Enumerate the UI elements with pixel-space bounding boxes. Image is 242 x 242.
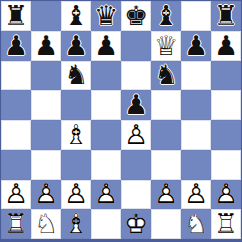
white-knight-icon[interactable]: ♞♘ xyxy=(31,209,61,239)
square-h4[interactable] xyxy=(211,120,241,150)
square-b1[interactable]: ♞♘ xyxy=(31,209,61,239)
square-d1[interactable] xyxy=(91,209,121,239)
square-h2[interactable]: ♟♙ xyxy=(211,180,241,210)
square-e1[interactable]: ♚♔ xyxy=(121,209,151,239)
white-pawn-fill: ♟ xyxy=(31,180,61,207)
black-pawn-fill: ♟ xyxy=(61,31,91,58)
white-pawn-outline: ♙ xyxy=(211,180,241,207)
square-g6[interactable] xyxy=(181,61,211,91)
square-g4[interactable] xyxy=(181,120,211,150)
black-bishop-fill: ♝ xyxy=(151,2,181,29)
black-rook-fill: ♜ xyxy=(1,2,31,29)
black-king-fill: ♚ xyxy=(121,2,151,29)
square-b7[interactable]: ♟ xyxy=(31,31,61,61)
white-pawn-fill: ♟ xyxy=(121,121,151,148)
white-bishop-outline: ♗ xyxy=(61,121,91,148)
square-h8[interactable]: ♜ xyxy=(211,1,241,31)
square-g5[interactable] xyxy=(181,90,211,120)
square-b4[interactable] xyxy=(31,120,61,150)
square-f2[interactable]: ♟♙ xyxy=(151,180,181,210)
square-a5[interactable] xyxy=(1,90,31,120)
square-h1[interactable]: ♜♖ xyxy=(211,209,241,239)
white-knight-icon[interactable]: ♞♘ xyxy=(181,209,211,239)
square-c3[interactable] xyxy=(61,150,91,180)
black-pawn-fill: ♟ xyxy=(91,31,121,58)
black-pawn-icon[interactable]: ♟ xyxy=(121,90,151,120)
square-f1[interactable] xyxy=(151,209,181,239)
square-a1[interactable]: ♜♖ xyxy=(1,209,31,239)
square-c1[interactable]: ♝♗ xyxy=(61,209,91,239)
square-c7[interactable]: ♟ xyxy=(61,31,91,61)
white-pawn-outline: ♙ xyxy=(181,180,211,207)
square-h7[interactable]: ♟ xyxy=(211,31,241,61)
black-rook-fill: ♜ xyxy=(211,2,241,29)
white-pawn-fill: ♟ xyxy=(91,180,121,207)
square-a7[interactable]: ♟ xyxy=(1,31,31,61)
white-rook-outline: ♖ xyxy=(1,210,31,237)
square-g7[interactable]: ♟ xyxy=(181,31,211,61)
square-c2[interactable]: ♟♙ xyxy=(61,180,91,210)
white-pawn-icon[interactable]: ♟♙ xyxy=(31,180,61,210)
white-bishop-outline: ♗ xyxy=(61,210,91,237)
square-e3[interactable] xyxy=(121,150,151,180)
square-d6[interactable] xyxy=(91,61,121,91)
black-bishop-fill: ♝ xyxy=(61,2,91,29)
square-e4[interactable]: ♟♙ xyxy=(121,120,151,150)
square-e6[interactable] xyxy=(121,61,151,91)
square-b6[interactable] xyxy=(31,61,61,91)
black-pawn-icon[interactable]: ♟ xyxy=(91,31,121,61)
white-queen-icon[interactable]: ♛♕ xyxy=(151,31,181,61)
square-e8[interactable]: ♚ xyxy=(121,1,151,31)
white-bishop-fill: ♝ xyxy=(61,121,91,148)
white-pawn-icon[interactable]: ♟♙ xyxy=(1,180,31,210)
square-f7[interactable]: ♛♕ xyxy=(151,31,181,61)
white-rook-fill: ♜ xyxy=(1,210,31,237)
white-pawn-outline: ♙ xyxy=(31,180,61,207)
white-pawn-outline: ♙ xyxy=(91,180,121,207)
black-rook-icon[interactable]: ♜ xyxy=(211,1,241,31)
square-e5[interactable]: ♟ xyxy=(121,90,151,120)
white-pawn-icon[interactable]: ♟♙ xyxy=(91,180,121,210)
square-g3[interactable] xyxy=(181,150,211,180)
square-d2[interactable]: ♟♙ xyxy=(91,180,121,210)
square-f3[interactable] xyxy=(151,150,181,180)
square-c5[interactable] xyxy=(61,90,91,120)
black-pawn-icon[interactable]: ♟ xyxy=(1,31,31,61)
black-pawn-fill: ♟ xyxy=(1,31,31,58)
black-pawn-icon[interactable]: ♟ xyxy=(61,31,91,61)
white-pawn-fill: ♟ xyxy=(61,180,91,207)
white-bishop-icon[interactable]: ♝♗ xyxy=(61,209,91,239)
black-knight-fill: ♞ xyxy=(151,61,181,88)
chess-board: ♜♝♛♚♝♜♟♟♟♟♛♕♟♟♞♞♟♝♗♟♙♟♙♟♙♟♙♟♙♟♙♟♙♟♙♜♖♞♘♝… xyxy=(0,0,242,242)
white-knight-fill: ♞ xyxy=(31,210,61,237)
square-b8[interactable] xyxy=(31,1,61,31)
white-pawn-icon[interactable]: ♟♙ xyxy=(61,180,91,210)
white-king-outline: ♔ xyxy=(121,210,151,237)
white-bishop-icon[interactable]: ♝♗ xyxy=(61,120,91,150)
white-king-icon[interactable]: ♚♔ xyxy=(121,209,151,239)
black-knight-fill: ♞ xyxy=(61,61,91,88)
square-h3[interactable] xyxy=(211,150,241,180)
square-g1[interactable]: ♞♘ xyxy=(181,209,211,239)
square-c4[interactable]: ♝♗ xyxy=(61,120,91,150)
white-pawn-outline: ♙ xyxy=(61,180,91,207)
square-c8[interactable]: ♝ xyxy=(61,1,91,31)
square-h6[interactable] xyxy=(211,61,241,91)
square-a4[interactable] xyxy=(1,120,31,150)
square-c6[interactable]: ♞ xyxy=(61,61,91,91)
white-rook-outline: ♖ xyxy=(211,210,241,237)
white-knight-outline: ♘ xyxy=(31,210,61,237)
white-pawn-icon[interactable]: ♟♙ xyxy=(181,180,211,210)
white-rook-icon[interactable]: ♜♖ xyxy=(211,209,241,239)
black-pawn-icon[interactable]: ♟ xyxy=(31,31,61,61)
white-knight-fill: ♞ xyxy=(181,210,211,237)
square-b5[interactable] xyxy=(31,90,61,120)
square-a8[interactable]: ♜ xyxy=(1,1,31,31)
white-bishop-fill: ♝ xyxy=(61,210,91,237)
square-f8[interactable]: ♝ xyxy=(151,1,181,31)
square-f5[interactable] xyxy=(151,90,181,120)
white-pawn-fill: ♟ xyxy=(151,180,181,207)
black-knight-icon[interactable]: ♞ xyxy=(151,61,181,91)
square-f4[interactable] xyxy=(151,120,181,150)
white-pawn-icon[interactable]: ♟♙ xyxy=(151,180,181,210)
black-rook-icon[interactable]: ♜ xyxy=(1,1,31,31)
square-a6[interactable] xyxy=(1,61,31,91)
white-pawn-fill: ♟ xyxy=(1,180,31,207)
square-e7[interactable] xyxy=(121,31,151,61)
black-pawn-icon[interactable]: ♟ xyxy=(211,31,241,61)
square-e2[interactable] xyxy=(121,180,151,210)
black-pawn-fill: ♟ xyxy=(31,31,61,58)
square-a2[interactable]: ♟♙ xyxy=(1,180,31,210)
square-d5[interactable] xyxy=(91,90,121,120)
black-pawn-fill: ♟ xyxy=(211,31,241,58)
black-pawn-fill: ♟ xyxy=(181,31,211,58)
square-f6[interactable]: ♞ xyxy=(151,61,181,91)
square-a3[interactable] xyxy=(1,150,31,180)
black-queen-icon[interactable]: ♛ xyxy=(91,1,121,31)
black-king-icon[interactable]: ♚ xyxy=(121,1,151,31)
white-queen-fill: ♛ xyxy=(151,31,181,58)
square-g2[interactable]: ♟♙ xyxy=(181,180,211,210)
white-rook-fill: ♜ xyxy=(211,210,241,237)
white-pawn-fill: ♟ xyxy=(211,180,241,207)
square-d4[interactable] xyxy=(91,120,121,150)
white-pawn-outline: ♙ xyxy=(1,180,31,207)
square-d8[interactable]: ♛ xyxy=(91,1,121,31)
black-queen-fill: ♛ xyxy=(91,2,121,29)
black-knight-icon[interactable]: ♞ xyxy=(61,61,91,91)
white-rook-icon[interactable]: ♜♖ xyxy=(1,209,31,239)
white-pawn-outline: ♙ xyxy=(121,121,151,148)
square-h5[interactable] xyxy=(211,90,241,120)
square-g8[interactable] xyxy=(181,1,211,31)
white-knight-outline: ♘ xyxy=(181,210,211,237)
black-pawn-fill: ♟ xyxy=(121,91,151,118)
square-b3[interactable] xyxy=(31,150,61,180)
black-bishop-icon[interactable]: ♝ xyxy=(151,1,181,31)
square-d3[interactable] xyxy=(91,150,121,180)
white-pawn-icon[interactable]: ♟♙ xyxy=(121,120,151,150)
black-bishop-icon[interactable]: ♝ xyxy=(61,1,91,31)
white-pawn-icon[interactable]: ♟♙ xyxy=(211,180,241,210)
square-b2[interactable]: ♟♙ xyxy=(31,180,61,210)
white-queen-outline: ♕ xyxy=(151,31,181,58)
white-pawn-fill: ♟ xyxy=(181,180,211,207)
black-pawn-icon[interactable]: ♟ xyxy=(181,31,211,61)
white-king-fill: ♚ xyxy=(121,210,151,237)
square-d7[interactable]: ♟ xyxy=(91,31,121,61)
white-pawn-outline: ♙ xyxy=(151,180,181,207)
